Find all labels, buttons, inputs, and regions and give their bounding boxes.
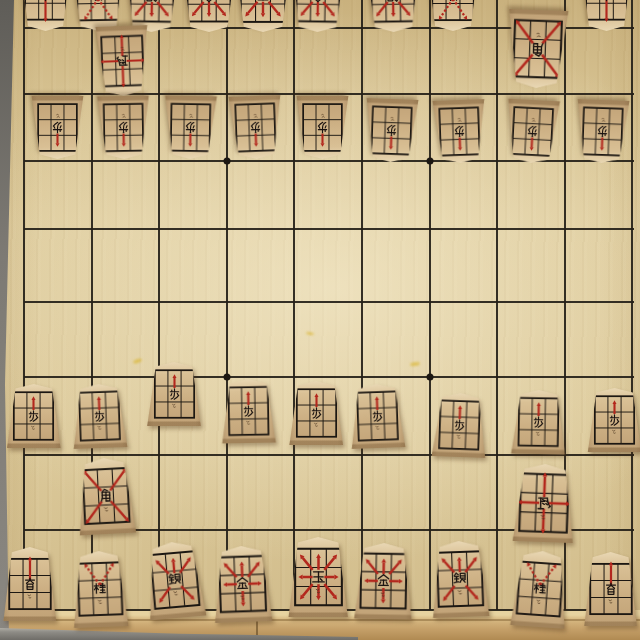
piece-sente-pawn[interactable]	[70, 383, 129, 449]
grid-line-vertical	[631, 0, 633, 610]
piece-sente-pawn[interactable]	[586, 388, 640, 452]
piece-gote-pawn[interactable]	[503, 99, 561, 165]
piece-gote-pawn[interactable]	[363, 98, 420, 163]
piece-sente-pawn[interactable]	[5, 384, 62, 448]
piece-gote-gold[interactable]	[180, 0, 238, 32]
grid-line-vertical	[158, 0, 160, 610]
piece-body	[227, 95, 284, 160]
hoshi-star-point	[426, 374, 433, 381]
piece-sente-rook[interactable]	[511, 462, 578, 542]
piece-body	[142, 540, 208, 621]
piece-body	[94, 25, 151, 97]
piece-sente-silver[interactable]	[142, 540, 208, 621]
piece-body	[5, 384, 62, 448]
grid-line-vertical	[496, 0, 498, 610]
piece-sente-pawn[interactable]	[430, 392, 489, 458]
piece-gote-king[interactable]	[233, 0, 293, 32]
piece-gote-pawn[interactable]	[227, 95, 284, 160]
grid-line-vertical	[361, 0, 363, 610]
piece-body	[431, 99, 488, 164]
piece-body	[429, 540, 492, 618]
piece-body	[2, 547, 58, 621]
piece-sente-pawn[interactable]	[146, 362, 203, 426]
piece-body	[353, 542, 415, 619]
piece-body	[70, 383, 129, 449]
grid-line-horizontal	[24, 301, 634, 303]
piece-body	[504, 9, 570, 89]
piece-gote-pawn[interactable]	[431, 99, 488, 164]
piece-gote-pawn[interactable]	[162, 96, 218, 160]
piece-body	[425, 0, 481, 31]
piece-body	[579, 0, 634, 31]
piece-body	[295, 96, 350, 159]
grid-line-vertical	[23, 0, 25, 610]
grid-line-vertical	[226, 0, 228, 610]
piece-body	[574, 99, 631, 164]
piece-sente-bishop[interactable]	[74, 456, 138, 535]
piece-sente-lance[interactable]	[583, 552, 639, 626]
piece-body	[511, 462, 578, 542]
piece-gote-gold[interactable]	[288, 0, 347, 32]
piece-sente-pawn[interactable]	[288, 381, 345, 445]
grid-line-horizontal	[24, 376, 634, 378]
piece-sente-knight[interactable]	[508, 549, 571, 629]
piece-sente-pawn[interactable]	[348, 383, 407, 449]
piece-body	[586, 388, 640, 452]
shogi-board-scene	[0, 0, 640, 640]
piece-body	[288, 381, 345, 445]
piece-sente-pawn[interactable]	[509, 390, 567, 455]
piece-body	[287, 537, 350, 617]
piece-body	[146, 362, 203, 426]
grid-line-horizontal	[24, 454, 634, 456]
piece-body	[70, 550, 131, 628]
piece-body	[363, 98, 420, 163]
piece-body	[30, 96, 85, 159]
piece-body	[95, 96, 151, 160]
piece-gote-pawn[interactable]	[574, 99, 631, 164]
piece-gote-knight[interactable]	[425, 0, 481, 31]
grid-line-vertical	[429, 0, 431, 610]
grid-line-vertical	[293, 0, 295, 610]
piece-body	[509, 390, 567, 455]
piece-gote-pawn[interactable]	[30, 96, 85, 159]
piece-body	[74, 456, 138, 535]
piece-sente-pawn[interactable]	[220, 379, 278, 444]
piece-gote-lance[interactable]	[579, 0, 634, 31]
piece-body	[220, 379, 278, 444]
grid-line-horizontal	[24, 228, 634, 230]
piece-body	[211, 545, 275, 623]
piece-body	[364, 0, 423, 32]
piece-gote-bishop[interactable]	[504, 9, 570, 89]
piece-body	[18, 0, 73, 31]
piece-body	[162, 96, 218, 160]
piece-body	[180, 0, 238, 32]
piece-gote-rook[interactable]	[94, 25, 151, 97]
piece-sente-lance[interactable]	[2, 547, 58, 621]
piece-gote-silver[interactable]	[364, 0, 423, 32]
piece-body	[233, 0, 293, 32]
piece-sente-king[interactable]	[287, 537, 350, 617]
piece-body	[288, 0, 347, 32]
piece-gote-pawn[interactable]	[95, 96, 151, 160]
piece-sente-gold[interactable]	[211, 545, 275, 623]
piece-sente-knight[interactable]	[70, 550, 131, 628]
piece-sente-silver[interactable]	[429, 540, 492, 618]
piece-body	[508, 549, 571, 629]
piece-gote-pawn[interactable]	[295, 96, 350, 159]
piece-sente-gold[interactable]	[353, 542, 415, 619]
piece-body	[348, 383, 407, 449]
piece-gote-lance[interactable]	[18, 0, 73, 31]
piece-body	[583, 552, 639, 626]
piece-body	[503, 99, 561, 165]
piece-body	[430, 392, 489, 458]
